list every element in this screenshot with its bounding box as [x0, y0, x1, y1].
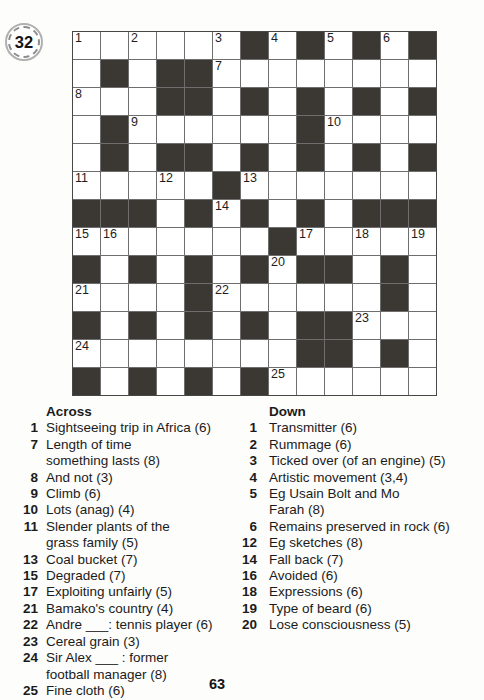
- grid-cell[interactable]: [381, 88, 408, 115]
- crossword-page: 32 1234567891011121314151617181920212223…: [0, 0, 484, 700]
- grid-cell[interactable]: [325, 228, 352, 255]
- grid-cell[interactable]: [101, 32, 128, 59]
- grid-cell[interactable]: [157, 256, 184, 283]
- cell-number: 22: [215, 284, 229, 297]
- clue-text: And not (3): [46, 470, 113, 486]
- clue-text: Eg sketches (8): [269, 535, 363, 551]
- grid-cell[interactable]: [409, 116, 436, 143]
- clue-number: 9: [17, 486, 38, 502]
- clue-number: 1: [17, 420, 38, 436]
- grid-cell[interactable]: 5: [325, 32, 352, 59]
- cell-number: 5: [327, 32, 334, 45]
- grid-cell-black: [157, 88, 184, 115]
- grid-cell[interactable]: [353, 60, 380, 87]
- grid-cell[interactable]: 23: [353, 312, 380, 339]
- clue-across-17: 17Exploiting unfairly (5): [17, 584, 246, 600]
- clue-text: Transmitter (6): [269, 420, 357, 436]
- clue-text: Fall back (7): [269, 552, 343, 568]
- grid-cell-black: [73, 368, 100, 395]
- grid-cell-black: [157, 60, 184, 87]
- grid-cell[interactable]: [381, 368, 408, 395]
- grid-cell[interactable]: 19: [409, 228, 436, 255]
- clue-down-18: 18Expressions (6): [236, 584, 484, 600]
- grid-cell[interactable]: [325, 60, 352, 87]
- grid-cell-black: [185, 284, 212, 311]
- grid-cell[interactable]: [129, 284, 156, 311]
- clue-number: 7: [17, 437, 38, 470]
- clue-number: 10: [17, 502, 38, 518]
- grid-cell[interactable]: [213, 116, 240, 143]
- grid-cell[interactable]: [213, 228, 240, 255]
- clue-text: Slender plants of the grass family (5): [46, 519, 170, 552]
- grid-cell-black: [297, 256, 324, 283]
- clue-across-22: 22Andre ___: tennis player (6): [17, 617, 246, 633]
- grid-cell[interactable]: [213, 256, 240, 283]
- grid-cell[interactable]: [157, 32, 184, 59]
- grid-cell[interactable]: 12: [157, 172, 184, 199]
- clue-text: Avoided (6): [269, 568, 338, 584]
- grid-cell-black: [101, 116, 128, 143]
- grid-cell-black: [185, 60, 212, 87]
- grid-cell-black: [185, 200, 212, 227]
- grid-cell[interactable]: [353, 116, 380, 143]
- grid-cell-black: [353, 32, 380, 59]
- grid-cell[interactable]: 16: [101, 228, 128, 255]
- puzzle-number: 32: [15, 33, 33, 52]
- grid-cell[interactable]: [269, 284, 296, 311]
- grid-cell[interactable]: [297, 368, 324, 395]
- grid-cell[interactable]: [73, 144, 100, 171]
- clue-text: Ticked over (of an engine) (5): [269, 453, 446, 469]
- grid-cell[interactable]: 18: [353, 228, 380, 255]
- clues-across: Across 1Sightseeing trip in Africa (6)7L…: [17, 404, 246, 699]
- grid-cell[interactable]: [73, 116, 100, 143]
- cell-number: 17: [299, 228, 313, 241]
- grid-cell[interactable]: [409, 312, 436, 339]
- grid-cell-black: [73, 256, 100, 283]
- grid-cell[interactable]: 15: [73, 228, 100, 255]
- clue-number: 1: [236, 420, 257, 436]
- down-header: Down: [269, 404, 484, 420]
- clue-down-2: 2Rummage (6): [236, 437, 484, 453]
- cell-number: 10: [327, 116, 341, 129]
- cell-number: 14: [215, 200, 229, 213]
- grid-cell-black: [297, 32, 324, 59]
- clue-number: 25: [17, 683, 38, 699]
- grid-cell[interactable]: [325, 200, 352, 227]
- clue-down-4: 4Artistic movement (3,4): [236, 470, 484, 486]
- grid-cell[interactable]: [129, 88, 156, 115]
- grid-cell[interactable]: [325, 284, 352, 311]
- clue-text: Exploiting unfairly (5): [46, 584, 172, 600]
- grid-cell-black: [409, 32, 436, 59]
- clue-number: 2: [236, 437, 257, 453]
- grid-cell[interactable]: 24: [73, 340, 100, 367]
- grid-cell-black: [381, 340, 408, 367]
- clue-text: Cereal grain (3): [46, 634, 140, 650]
- grid-cell[interactable]: [101, 88, 128, 115]
- grid-cell-black: [297, 340, 324, 367]
- clue-number: 21: [17, 601, 38, 617]
- grid-cell-black: [381, 200, 408, 227]
- grid-cell-black: [297, 200, 324, 227]
- clue-across-1: 1Sightseeing trip in Africa (6): [17, 420, 246, 436]
- grid-cell[interactable]: [325, 144, 352, 171]
- grid-cell[interactable]: [269, 60, 296, 87]
- cell-number: 9: [131, 116, 138, 129]
- clue-down-1: 1Transmitter (6): [236, 420, 484, 436]
- grid-cell-black: [185, 312, 212, 339]
- clue-text: Remains preserved in rock (6): [269, 519, 450, 535]
- grid-cell-black: [325, 312, 352, 339]
- grid-cell[interactable]: 22: [213, 284, 240, 311]
- grid-cell[interactable]: 3: [213, 32, 240, 59]
- grid-cell-black: [185, 88, 212, 115]
- grid-cell[interactable]: [353, 256, 380, 283]
- grid-cell-black: [73, 312, 100, 339]
- clue-down-6: 6Remains preserved in rock (6): [236, 519, 484, 535]
- grid-cell-black: [129, 256, 156, 283]
- clue-number: 3: [236, 453, 257, 469]
- grid-cell[interactable]: [157, 116, 184, 143]
- grid-cell[interactable]: [269, 172, 296, 199]
- clue-down-16: 16Avoided (6): [236, 568, 484, 584]
- clue-number: 4: [236, 470, 257, 486]
- grid-cell-black: [353, 144, 380, 171]
- grid-cell-black: [241, 200, 268, 227]
- clue-number: 22: [17, 617, 38, 633]
- clue-number: 18: [236, 584, 257, 600]
- clue-text: Andre ___: tennis player (6): [46, 617, 213, 633]
- grid-cell-black: [297, 312, 324, 339]
- grid-cell-black: [73, 200, 100, 227]
- clue-number: 17: [17, 584, 38, 600]
- across-header: Across: [46, 404, 246, 420]
- grid-cell-black: [101, 144, 128, 171]
- clue-number: 5: [236, 486, 257, 519]
- grid-cell-black: [353, 200, 380, 227]
- grid-cell[interactable]: [101, 256, 128, 283]
- grid-cell[interactable]: 21: [73, 284, 100, 311]
- grid-cell[interactable]: [101, 312, 128, 339]
- clue-text: Degraded (7): [46, 568, 126, 584]
- grid-cell[interactable]: [185, 340, 212, 367]
- cell-number: 21: [75, 284, 89, 297]
- grid-cell[interactable]: [101, 340, 128, 367]
- clue-text: Type of beard (6): [269, 601, 372, 617]
- grid-cell[interactable]: [269, 88, 296, 115]
- page-number: 63: [199, 676, 235, 692]
- grid-cell[interactable]: [297, 60, 324, 87]
- clue-number: 14: [236, 552, 257, 568]
- grid-cell[interactable]: [241, 60, 268, 87]
- puzzle-number-badge: 32: [5, 23, 43, 61]
- grid-cell-black: [129, 312, 156, 339]
- clue-text: Bamako's country (4): [46, 601, 173, 617]
- clue-number: 8: [17, 470, 38, 486]
- grid-cell-black: [101, 200, 128, 227]
- grid-cell[interactable]: [381, 172, 408, 199]
- grid-cell[interactable]: [409, 340, 436, 367]
- clue-down-3: 3Ticked over (of an engine) (5): [236, 453, 484, 469]
- grid-cell[interactable]: 8: [73, 88, 100, 115]
- grid-cell[interactable]: [213, 144, 240, 171]
- grid-cell[interactable]: [157, 200, 184, 227]
- grid-cell[interactable]: [297, 284, 324, 311]
- cell-number: 6: [383, 32, 390, 45]
- grid-cell[interactable]: [129, 172, 156, 199]
- grid-cell-black: [101, 60, 128, 87]
- grid-cell[interactable]: [101, 284, 128, 311]
- grid-cell[interactable]: [157, 312, 184, 339]
- clue-across-13: 13Coal bucket (7): [17, 552, 246, 568]
- grid-cell[interactable]: [269, 116, 296, 143]
- cell-number: 18: [355, 228, 369, 241]
- grid-cell[interactable]: [353, 340, 380, 367]
- grid-cell[interactable]: [157, 340, 184, 367]
- clue-number: 19: [236, 601, 257, 617]
- cell-number: 19: [411, 228, 425, 241]
- cell-number: 25: [271, 368, 285, 381]
- grid-cell[interactable]: [129, 340, 156, 367]
- cell-number: 13: [243, 172, 257, 185]
- grid-cell[interactable]: 7: [213, 60, 240, 87]
- grid-cell[interactable]: [381, 60, 408, 87]
- grid-cell-black: [157, 144, 184, 171]
- cell-number: 4: [271, 32, 278, 45]
- cell-number: 20: [271, 256, 285, 269]
- clue-across-11: 11Slender plants of the grass family (5): [17, 519, 246, 552]
- grid-cell-black: [185, 144, 212, 171]
- clue-number: 12: [236, 535, 257, 551]
- grid-cell[interactable]: 10: [325, 116, 352, 143]
- grid-cell[interactable]: [241, 228, 268, 255]
- clue-text: Eg Usain Bolt and Mo Farah (8): [269, 486, 400, 519]
- grid-cell-black: [241, 368, 268, 395]
- grid-cell[interactable]: [185, 228, 212, 255]
- grid-cell[interactable]: [269, 340, 296, 367]
- grid-cell[interactable]: [269, 144, 296, 171]
- grid-cell-black: [325, 256, 352, 283]
- grid-cell[interactable]: [381, 144, 408, 171]
- grid-cell[interactable]: [213, 88, 240, 115]
- cell-number: 8: [75, 88, 82, 101]
- grid-cell-black: [213, 172, 240, 199]
- cell-number: 24: [75, 340, 89, 353]
- clue-across-8: 8And not (3): [17, 470, 246, 486]
- grid-cell[interactable]: [241, 284, 268, 311]
- clue-text: Expressions (6): [269, 584, 363, 600]
- clue-across-23: 23Cereal grain (3): [17, 634, 246, 650]
- grid-cell[interactable]: [213, 368, 240, 395]
- grid-cell[interactable]: [269, 312, 296, 339]
- clue-number: 20: [236, 617, 257, 633]
- grid-cell[interactable]: 9: [129, 116, 156, 143]
- grid-cell-black: [381, 256, 408, 283]
- grid-cell[interactable]: [381, 116, 408, 143]
- grid-cell-black: [129, 368, 156, 395]
- grid-cell-black: [409, 88, 436, 115]
- grid-cell-black: [297, 144, 324, 171]
- grid-cell[interactable]: [185, 32, 212, 59]
- clue-text: Length of time something lasts (8): [46, 437, 160, 470]
- grid-cell[interactable]: [353, 172, 380, 199]
- grid-cell[interactable]: 13: [241, 172, 268, 199]
- grid-cell-black: [241, 144, 268, 171]
- grid-cell-black: [241, 32, 268, 59]
- grid-cell-black: [409, 200, 436, 227]
- clue-text: Sir Alex ___ : former football manager (…: [46, 650, 168, 683]
- grid-cell[interactable]: [409, 172, 436, 199]
- grid-cell-black: [129, 200, 156, 227]
- grid-cell[interactable]: 14: [213, 200, 240, 227]
- grid-cell[interactable]: [269, 200, 296, 227]
- clue-text: Artistic movement (3,4): [269, 470, 408, 486]
- cell-number: 2: [131, 32, 138, 45]
- clue-down-19: 19Type of beard (6): [236, 601, 484, 617]
- cell-number: 11: [75, 172, 88, 185]
- clue-number: 11: [17, 519, 38, 552]
- grid-cell-black: [297, 116, 324, 143]
- grid-cell[interactable]: [381, 228, 408, 255]
- grid-cell[interactable]: [409, 284, 436, 311]
- grid-cell[interactable]: [101, 368, 128, 395]
- grid-cell[interactable]: [325, 172, 352, 199]
- grid-cell[interactable]: [213, 340, 240, 367]
- grid-cell-black: [353, 88, 380, 115]
- cell-number: 23: [355, 312, 369, 325]
- clue-number: 6: [236, 519, 257, 535]
- grid-cell[interactable]: [157, 368, 184, 395]
- clue-text: Fine cloth (6): [46, 683, 125, 699]
- cell-number: 1: [75, 32, 82, 45]
- grid-cell[interactable]: [185, 116, 212, 143]
- grid-cell[interactable]: [157, 228, 184, 255]
- cell-number: 12: [159, 172, 173, 185]
- clue-text: Lots (anag) (4): [46, 502, 135, 518]
- grid-cell[interactable]: 2: [129, 32, 156, 59]
- grid-cell[interactable]: [129, 228, 156, 255]
- clue-down-5: 5Eg Usain Bolt and Mo Farah (8): [236, 486, 484, 519]
- grid-cell-black: [185, 368, 212, 395]
- grid-cell[interactable]: [353, 284, 380, 311]
- grid-cell[interactable]: [241, 116, 268, 143]
- grid-cell[interactable]: [409, 368, 436, 395]
- grid-cell[interactable]: [353, 368, 380, 395]
- grid-cell[interactable]: 11: [73, 172, 100, 199]
- grid-cell[interactable]: [73, 60, 100, 87]
- clues-down: Down 1Transmitter (6)2Rummage (6)3Ticked…: [236, 404, 484, 634]
- clue-across-15: 15Degraded (7): [17, 568, 246, 584]
- grid-cell-black: [241, 256, 268, 283]
- grid-cell-black: [185, 256, 212, 283]
- grid-cell[interactable]: [213, 312, 240, 339]
- grid-cell[interactable]: 25: [269, 368, 296, 395]
- grid-cell[interactable]: [409, 256, 436, 283]
- grid-cell[interactable]: [129, 144, 156, 171]
- clue-down-20: 20Lose consciousness (5): [236, 617, 484, 633]
- grid-cell[interactable]: [409, 60, 436, 87]
- cell-number: 15: [75, 228, 89, 241]
- grid-cell-black: [269, 228, 296, 255]
- clue-text: Lose consciousness (5): [269, 617, 411, 633]
- grid-cell[interactable]: [297, 172, 324, 199]
- grid-cell-black: [241, 312, 268, 339]
- clue-text: Sightseeing trip in Africa (6): [46, 420, 211, 436]
- clue-across-9: 9Climb (6): [17, 486, 246, 502]
- grid-cell[interactable]: [325, 368, 352, 395]
- clue-number: 16: [236, 568, 257, 584]
- grid-cell[interactable]: [325, 88, 352, 115]
- grid-cell[interactable]: [129, 60, 156, 87]
- grid-cell-black: [325, 340, 352, 367]
- clue-number: 24: [17, 650, 38, 683]
- grid-cell[interactable]: [381, 312, 408, 339]
- crossword-grid: 1234567891011121314151617181920212223242…: [72, 31, 437, 396]
- grid-cell[interactable]: [157, 284, 184, 311]
- grid-cell-black: [381, 284, 408, 311]
- clue-across-10: 10Lots (anag) (4): [17, 502, 246, 518]
- grid-cell-black: [241, 88, 268, 115]
- cell-number: 3: [215, 32, 222, 45]
- grid-cell[interactable]: [101, 172, 128, 199]
- clue-text: Climb (6): [46, 486, 101, 502]
- grid-cell-black: [409, 144, 436, 171]
- grid-cell[interactable]: [241, 340, 268, 367]
- clue-across-21: 21Bamako's country (4): [17, 601, 246, 617]
- clue-text: Coal bucket (7): [46, 552, 138, 568]
- grid-cell[interactable]: [185, 172, 212, 199]
- grid-cell[interactable]: 20: [269, 256, 296, 283]
- grid-cell[interactable]: 4: [269, 32, 296, 59]
- grid-cell[interactable]: 1: [73, 32, 100, 59]
- clue-number: 23: [17, 634, 38, 650]
- grid-cell-black: [297, 88, 324, 115]
- clue-number: 15: [17, 568, 38, 584]
- cell-number: 16: [103, 228, 117, 241]
- clue-text: Rummage (6): [269, 437, 352, 453]
- clue-number: 13: [17, 552, 38, 568]
- clue-across-7: 7Length of time something lasts (8): [17, 437, 246, 470]
- cell-number: 7: [215, 60, 222, 73]
- clue-down-12: 12Eg sketches (8): [236, 535, 484, 551]
- grid-cell[interactable]: 6: [381, 32, 408, 59]
- clue-down-14: 14Fall back (7): [236, 552, 484, 568]
- grid-cell[interactable]: 17: [297, 228, 324, 255]
